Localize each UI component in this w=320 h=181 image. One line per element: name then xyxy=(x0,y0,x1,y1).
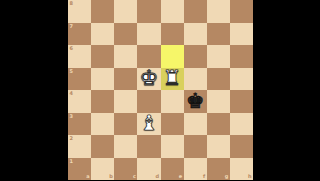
square-a2[interactable]: 2 xyxy=(68,135,91,158)
square-c7[interactable] xyxy=(114,23,137,46)
square-b3[interactable] xyxy=(91,113,114,136)
square-c6[interactable] xyxy=(114,45,137,68)
square-a7[interactable]: 7 xyxy=(68,23,91,46)
square-a8[interactable]: 8 xyxy=(68,0,91,23)
square-b4[interactable] xyxy=(91,90,114,113)
square-d6[interactable] xyxy=(137,45,160,68)
square-a4[interactable]: 4 xyxy=(68,90,91,113)
square-d5[interactable]: ♚ xyxy=(137,68,160,91)
square-c8[interactable] xyxy=(114,0,137,23)
square-d7[interactable] xyxy=(137,23,160,46)
square-g4[interactable] xyxy=(207,90,230,113)
square-g5[interactable] xyxy=(207,68,230,91)
white-rook[interactable]: ♜ xyxy=(161,68,184,91)
square-d8[interactable] xyxy=(137,0,160,23)
square-d4[interactable] xyxy=(137,90,160,113)
square-d1[interactable]: d xyxy=(137,158,160,181)
square-g7[interactable] xyxy=(207,23,230,46)
square-f2[interactable] xyxy=(184,135,207,158)
square-c1[interactable]: c xyxy=(114,158,137,181)
square-c5[interactable] xyxy=(114,68,137,91)
black-king[interactable]: ♚ xyxy=(184,90,207,113)
square-h6[interactable] xyxy=(230,45,253,68)
square-d3[interactable]: ♝ xyxy=(137,113,160,136)
square-b2[interactable] xyxy=(91,135,114,158)
square-h4[interactable] xyxy=(230,90,253,113)
file-label-h: h xyxy=(248,174,252,179)
square-a6[interactable]: 6 xyxy=(68,45,91,68)
square-a1[interactable]: 1a xyxy=(68,158,91,181)
square-g8[interactable] xyxy=(207,0,230,23)
square-b8[interactable] xyxy=(91,0,114,23)
rank-label-1: 1 xyxy=(70,159,73,164)
square-b1[interactable]: b xyxy=(91,158,114,181)
square-e2[interactable] xyxy=(161,135,184,158)
square-g3[interactable] xyxy=(207,113,230,136)
rank-label-5: 5 xyxy=(70,69,73,74)
square-h2[interactable] xyxy=(230,135,253,158)
square-g1[interactable]: g xyxy=(207,158,230,181)
square-c3[interactable] xyxy=(114,113,137,136)
file-label-g: g xyxy=(225,174,229,179)
file-label-d: d xyxy=(155,174,159,179)
square-f5[interactable] xyxy=(184,68,207,91)
square-e5[interactable]: ♜ xyxy=(161,68,184,91)
square-h7[interactable] xyxy=(230,23,253,46)
square-e4[interactable] xyxy=(161,90,184,113)
rank-label-7: 7 xyxy=(70,24,73,29)
chess-board[interactable]: 8765♚♜4♚3♝21abcdefgh xyxy=(68,0,253,180)
square-b6[interactable] xyxy=(91,45,114,68)
square-g6[interactable] xyxy=(207,45,230,68)
square-h5[interactable] xyxy=(230,68,253,91)
rank-label-3: 3 xyxy=(70,114,73,119)
square-c2[interactable] xyxy=(114,135,137,158)
square-e3[interactable] xyxy=(161,113,184,136)
square-h1[interactable]: h xyxy=(230,158,253,181)
square-f8[interactable] xyxy=(184,0,207,23)
square-e8[interactable] xyxy=(161,0,184,23)
app-background: 8765♚♜4♚3♝21abcdefgh xyxy=(0,0,320,180)
square-e1[interactable]: e xyxy=(161,158,184,181)
square-c4[interactable] xyxy=(114,90,137,113)
square-f1[interactable]: f xyxy=(184,158,207,181)
white-king[interactable]: ♚ xyxy=(137,68,160,91)
square-f3[interactable] xyxy=(184,113,207,136)
rank-label-8: 8 xyxy=(70,1,73,6)
rank-label-2: 2 xyxy=(70,136,73,141)
square-f4[interactable]: ♚ xyxy=(184,90,207,113)
square-e7[interactable] xyxy=(161,23,184,46)
white-bishop[interactable]: ♝ xyxy=(137,113,160,136)
square-f6[interactable] xyxy=(184,45,207,68)
file-label-a: a xyxy=(86,174,89,179)
square-g2[interactable] xyxy=(207,135,230,158)
file-label-f: f xyxy=(203,174,205,179)
rank-label-6: 6 xyxy=(70,46,73,51)
square-b5[interactable] xyxy=(91,68,114,91)
square-e6[interactable] xyxy=(161,45,184,68)
square-f7[interactable] xyxy=(184,23,207,46)
file-label-e: e xyxy=(179,174,182,179)
square-a3[interactable]: 3 xyxy=(68,113,91,136)
file-label-b: b xyxy=(109,174,113,179)
square-d2[interactable] xyxy=(137,135,160,158)
square-h8[interactable] xyxy=(230,0,253,23)
square-a5[interactable]: 5 xyxy=(68,68,91,91)
rank-label-4: 4 xyxy=(70,91,73,96)
square-b7[interactable] xyxy=(91,23,114,46)
file-label-c: c xyxy=(133,174,136,179)
square-h3[interactable] xyxy=(230,113,253,136)
